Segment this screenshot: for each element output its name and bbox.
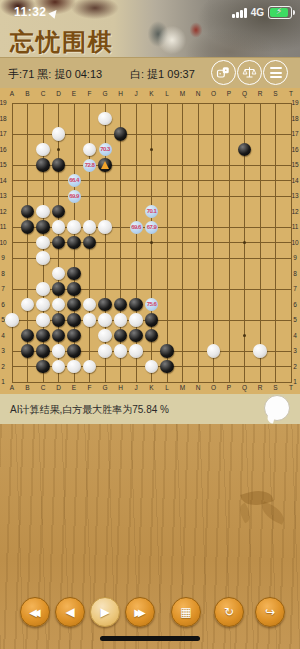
ai-result-bar: AI计算结果,白方最大胜率为75.84 % xyxy=(0,394,300,424)
coord-label: A xyxy=(7,384,17,391)
coord-label: K xyxy=(147,384,157,391)
coord-label: P xyxy=(224,90,234,97)
coord-label: R xyxy=(255,90,265,97)
last-move-marker xyxy=(101,161,109,169)
stone-white[interactable] xyxy=(129,313,143,327)
stone-white[interactable] xyxy=(83,220,97,234)
stone-white[interactable] xyxy=(36,282,50,296)
stone-white[interactable] xyxy=(129,344,143,358)
stone-white[interactable] xyxy=(67,360,81,374)
coord-label: 6 xyxy=(0,301,8,308)
coord-label: A xyxy=(7,90,17,97)
stone-white[interactable] xyxy=(207,344,221,358)
coord-label: 3 xyxy=(0,347,8,354)
coord-label: E xyxy=(69,384,79,391)
coord-label: N xyxy=(193,90,203,97)
stone-white[interactable] xyxy=(52,220,66,234)
coord-label: 12 xyxy=(0,208,8,215)
network-type: 4G xyxy=(251,7,264,18)
chat-bubble-button[interactable] xyxy=(264,395,290,421)
exit-button[interactable]: ↪ xyxy=(255,597,285,627)
ai-hint[interactable]: 72.8 xyxy=(83,159,96,172)
coord-label: 6 xyxy=(290,301,300,308)
coord-label: N xyxy=(193,384,203,391)
stone-white[interactable] xyxy=(52,344,66,358)
stone-white[interactable] xyxy=(83,313,97,327)
stone-white[interactable] xyxy=(36,143,50,157)
stone-black[interactable] xyxy=(36,329,50,343)
coord-label: 11 xyxy=(0,223,8,230)
stone-white[interactable] xyxy=(114,344,128,358)
stone-black[interactable] xyxy=(36,360,50,374)
coord-label: C xyxy=(38,384,48,391)
play-button[interactable]: ▶ xyxy=(90,597,120,627)
ai-hint[interactable]: 69.9 xyxy=(68,190,81,203)
stone-white[interactable] xyxy=(98,344,112,358)
coord-label: S xyxy=(271,384,281,391)
home-indicator[interactable] xyxy=(100,636,200,641)
stone-black[interactable] xyxy=(21,220,35,234)
coord-label: 15 xyxy=(290,161,300,168)
ai-result-text: AI计算结果,白方最大胜率为75.84 % xyxy=(10,403,169,417)
star-point xyxy=(150,148,153,151)
stone-black[interactable] xyxy=(160,360,174,374)
stone-white[interactable] xyxy=(36,313,50,327)
coord-label: K xyxy=(147,90,157,97)
stone-white[interactable] xyxy=(5,313,19,327)
stone-black[interactable] xyxy=(114,127,128,141)
stone-black[interactable] xyxy=(145,313,159,327)
ai-hint[interactable]: 69.6 xyxy=(130,221,143,234)
stone-white[interactable] xyxy=(98,329,112,343)
stone-black[interactable] xyxy=(67,282,81,296)
coord-label: L xyxy=(162,384,172,391)
coord-label: M xyxy=(178,90,188,97)
coord-label: G xyxy=(100,90,110,97)
leaf-decoration xyxy=(236,503,254,524)
coord-label: 8 xyxy=(290,270,300,277)
stone-black[interactable] xyxy=(67,329,81,343)
coord-label: B xyxy=(23,90,33,97)
stone-black[interactable] xyxy=(98,298,112,312)
coord-label: 7 xyxy=(290,285,300,292)
count-button[interactable]: ▦ xyxy=(171,597,201,627)
hamburger-icon xyxy=(270,65,282,81)
stone-white[interactable] xyxy=(253,344,267,358)
black-player-info: 手:71 黑: 提0 04:13 xyxy=(8,67,102,82)
ai-hint[interactable]: 70.3 xyxy=(99,143,112,156)
stone-black[interactable] xyxy=(129,329,143,343)
coord-label: 2 xyxy=(290,363,300,370)
dice-icon xyxy=(216,65,231,80)
star-point xyxy=(243,241,246,244)
coord-label: Q xyxy=(240,90,250,97)
coord-label: O xyxy=(209,384,219,391)
wood-background: ◀◀◀▶▶▶▦↻↪ xyxy=(0,424,300,649)
star-point xyxy=(243,334,246,337)
status-bar: 11:32 4G ⚡ xyxy=(0,0,300,24)
back-button[interactable]: ◀ xyxy=(55,597,85,627)
forward-button[interactable]: ▶▶ xyxy=(125,597,155,627)
stone-black[interactable] xyxy=(52,158,66,172)
stone-black[interactable] xyxy=(67,298,81,312)
rewind-button[interactable]: ◀◀ xyxy=(20,597,50,627)
stone-black[interactable] xyxy=(67,344,81,358)
stone-white[interactable] xyxy=(36,205,50,219)
leaf-decoration xyxy=(258,501,287,524)
star-point xyxy=(57,148,60,151)
coord-label: O xyxy=(209,90,219,97)
game-info-bar: 手:71 黑: 提0 04:13 白: 提1 09:37 xyxy=(0,57,300,88)
stone-white[interactable] xyxy=(98,220,112,234)
coord-label: 4 xyxy=(290,332,300,339)
coord-label: 1 xyxy=(0,378,8,385)
coord-label: T xyxy=(286,384,296,391)
coord-label: 4 xyxy=(0,332,8,339)
ai-hint[interactable]: 70.1 xyxy=(145,205,158,218)
stone-black[interactable] xyxy=(67,313,81,327)
star-point xyxy=(150,241,153,244)
ai-hint[interactable]: 66.4 xyxy=(68,174,81,187)
coord-label: 14 xyxy=(0,177,8,184)
stone-black[interactable] xyxy=(36,220,50,234)
coord-label: L xyxy=(162,90,172,97)
coord-label: F xyxy=(85,90,95,97)
scales-icon xyxy=(242,65,257,80)
stone-black[interactable] xyxy=(52,282,66,296)
coord-label: 17 xyxy=(0,130,8,137)
coord-label: 11 xyxy=(290,223,300,230)
stone-black[interactable] xyxy=(36,158,50,172)
coord-label: 2 xyxy=(0,363,8,370)
coord-label: 3 xyxy=(290,347,300,354)
coord-label: 17 xyxy=(290,130,300,137)
coord-label: B xyxy=(23,384,33,391)
app-title: 忘忧围棋 xyxy=(10,26,114,58)
ai-hint[interactable]: 75.6 xyxy=(145,298,158,311)
coord-label: H xyxy=(116,384,126,391)
coord-label: D xyxy=(54,384,64,391)
stone-white[interactable] xyxy=(98,313,112,327)
coord-label: 10 xyxy=(0,239,8,246)
coord-label: S xyxy=(271,90,281,97)
ai-hint[interactable]: 67.9 xyxy=(145,221,158,234)
stone-white[interactable] xyxy=(114,313,128,327)
clock-time: 11:32 xyxy=(14,5,47,19)
coord-label: E xyxy=(69,90,79,97)
refresh-button[interactable]: ↻ xyxy=(214,597,244,627)
battery-icon: ⚡ xyxy=(268,6,292,19)
coord-label: 14 xyxy=(290,177,300,184)
coord-label: 13 xyxy=(290,192,300,199)
coord-label: 10 xyxy=(290,239,300,246)
go-board[interactable]: AABBCCDDEEFFGGHHJJKKLLMMNNOOPPQQRRSSTT19… xyxy=(0,88,300,394)
coord-label: M xyxy=(178,384,188,391)
coord-label: H xyxy=(116,90,126,97)
coord-label: 16 xyxy=(290,146,300,153)
coord-label: 9 xyxy=(0,254,8,261)
stone-black[interactable] xyxy=(21,344,35,358)
stone-black[interactable] xyxy=(160,344,174,358)
location-arrow-icon xyxy=(48,7,59,18)
dice-button[interactable] xyxy=(211,60,236,85)
coord-label: D xyxy=(54,90,64,97)
stone-black[interactable] xyxy=(52,313,66,327)
app-screen: 11:32 4G ⚡ 忘忧围棋 手:71 黑: 提0 04:13 白: 提1 0… xyxy=(0,0,300,649)
coord-label: 18 xyxy=(290,115,300,122)
coord-label: C xyxy=(38,90,48,97)
score-estimate-button[interactable] xyxy=(237,60,262,85)
coord-label: 19 xyxy=(0,99,8,106)
coord-label: 1 xyxy=(290,378,300,385)
stone-white[interactable] xyxy=(36,251,50,265)
coord-label: 7 xyxy=(0,285,8,292)
coord-label: 9 xyxy=(290,254,300,261)
coord-label: 8 xyxy=(0,270,8,277)
stone-white[interactable] xyxy=(67,220,81,234)
coord-label: 5 xyxy=(290,316,300,323)
coord-label: 12 xyxy=(290,208,300,215)
menu-button[interactable] xyxy=(263,60,288,85)
coord-label: J xyxy=(131,384,141,391)
coord-label: 13 xyxy=(0,192,8,199)
stone-black[interactable] xyxy=(36,344,50,358)
white-player-info: 白: 提1 09:37 xyxy=(130,67,195,82)
coord-label: R xyxy=(255,384,265,391)
coord-label: 19 xyxy=(290,99,300,106)
coord-label: 15 xyxy=(0,161,8,168)
coord-label: Q xyxy=(240,384,250,391)
stone-white[interactable] xyxy=(36,298,50,312)
coord-label: F xyxy=(85,384,95,391)
stone-white[interactable] xyxy=(36,236,50,250)
coord-label: 16 xyxy=(0,146,8,153)
coord-label: G xyxy=(100,384,110,391)
coord-label: 18 xyxy=(0,115,8,122)
signal-bars-icon xyxy=(232,8,247,18)
stone-black[interactable] xyxy=(129,298,143,312)
coord-label: P xyxy=(224,384,234,391)
stone-white[interactable] xyxy=(52,127,66,141)
coord-label: T xyxy=(286,90,296,97)
stone-black[interactable] xyxy=(67,267,81,281)
stone-black[interactable] xyxy=(67,236,81,250)
stone-white[interactable] xyxy=(98,112,112,126)
coord-label: J xyxy=(131,90,141,97)
